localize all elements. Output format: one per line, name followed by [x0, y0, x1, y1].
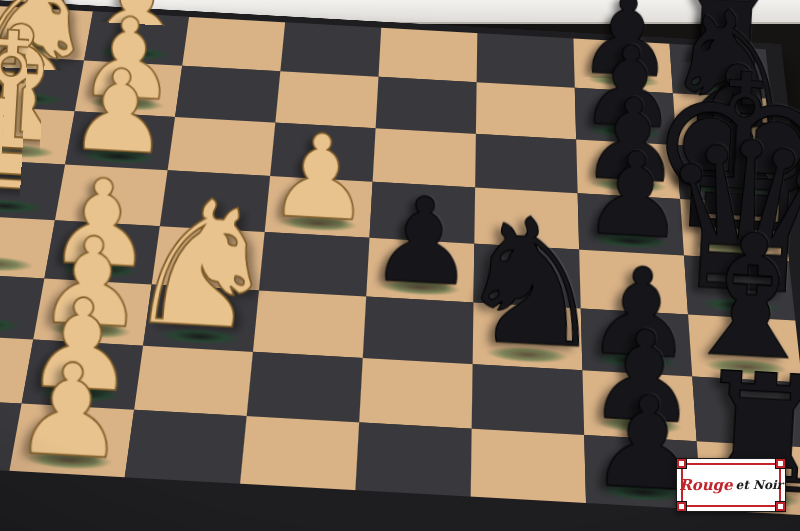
square-c2: ♟	[33, 279, 151, 346]
square-g1: ♞	[0, 55, 84, 111]
square-d2: ♟	[44, 220, 159, 284]
square-g6	[476, 82, 576, 139]
felt-base-c2	[48, 320, 132, 340]
felt-base-g8	[688, 129, 764, 146]
square-b6	[472, 364, 585, 435]
square-d4	[259, 232, 370, 297]
square-a6	[471, 429, 586, 503]
square-c5	[363, 297, 474, 365]
felt-base-b7	[598, 415, 683, 436]
square-e8: ♚	[680, 199, 789, 261]
square-a3	[125, 410, 247, 484]
square-g2: ♟	[75, 60, 182, 117]
square-f1: ♝	[0, 106, 75, 165]
square-h1: ♜	[0, 6, 93, 60]
square-f4	[270, 123, 376, 182]
felt-base-d1	[0, 254, 35, 273]
felt-base-d8	[700, 296, 781, 315]
square-h3	[182, 17, 285, 71]
square-f2: ♟	[65, 111, 175, 170]
square-d3	[152, 226, 265, 290]
square-f5	[373, 128, 476, 187]
felt-base-g2	[88, 95, 165, 112]
felt-base-c3	[157, 326, 241, 346]
square-g7: ♟	[575, 88, 677, 145]
square-e3	[160, 170, 270, 232]
square-d8: ♛	[684, 255, 795, 320]
square-d7	[579, 250, 688, 315]
square-h2: ♟	[84, 12, 189, 66]
square-e7: ♟	[578, 193, 684, 255]
rouge-et-noir-logo: Rouge et Noir	[676, 458, 786, 512]
felt-base-c6	[486, 345, 568, 365]
felt-base-f2	[79, 148, 158, 166]
square-h7: ♟	[573, 38, 672, 93]
square-g8: ♞	[673, 93, 777, 150]
felt-base-e4	[278, 214, 357, 233]
square-g5	[376, 77, 477, 134]
logo-word-rouge: Rouge	[679, 476, 732, 494]
felt-base-a7	[600, 482, 687, 504]
square-e4: ♟	[265, 176, 373, 238]
square-a5	[355, 422, 471, 496]
square-e1: ♚	[0, 159, 65, 220]
square-e5	[369, 182, 475, 244]
square-b3	[134, 346, 253, 416]
felt-base-e7	[592, 232, 671, 251]
square-e2	[55, 165, 168, 227]
square-f8: ♝	[676, 145, 782, 205]
felt-base-g1	[0, 90, 65, 107]
square-b2: ♟	[22, 340, 143, 410]
felt-base-c7	[595, 351, 678, 371]
felt-base-e8	[696, 238, 776, 257]
felt-base-g7	[588, 123, 664, 140]
square-d6	[473, 244, 580, 309]
logo-word-noir: et Noir	[736, 478, 783, 492]
square-h8: ♜	[670, 44, 772, 99]
felt-base-h7	[587, 72, 661, 89]
felt-base-f7	[590, 176, 667, 194]
square-c4	[253, 291, 366, 358]
square-c6: ♞	[473, 303, 583, 371]
felt-base-a2	[25, 450, 114, 472]
felt-base-e1	[0, 197, 45, 215]
square-g3	[175, 66, 280, 123]
white-pawn-h2: ♟	[85, 0, 188, 65]
chess-board-frame: ♜♟♟♜♞♟♟♞♝♟♟♝♚♟♟♚♛♟♟♛♝♟♞♞♟♝♟♟♜♟♟♜	[0, 0, 800, 531]
square-c8: ♝	[688, 315, 800, 383]
felt-base-f1	[0, 142, 56, 160]
square-a4	[240, 416, 359, 490]
square-h4	[280, 22, 381, 77]
chess-board-grid: ♜♟♟♜♞♟♟♞♝♟♟♝♚♟♟♚♛♟♟♛♝♟♞♞♟♝♟♟♜♟♟♜	[0, 6, 800, 516]
chessboard-photo-scene: ♜♟♟♜♞♟♟♞♝♟♟♝♚♟♟♚♛♟♟♛♝♟♞♞♟♝♟♟♜♟♟♜ Rouge e…	[0, 0, 800, 531]
felt-base-d2	[59, 260, 141, 279]
board-tilt-wrapper: ♜♟♟♜♞♟♟♞♝♟♟♝♚♟♟♚♛♟♟♛♝♟♞♞♟♝♟♟♜♟♟♜	[0, 0, 781, 531]
logo-text: Rouge et Noir	[677, 459, 785, 511]
square-f6	[475, 134, 578, 193]
felt-base-f8	[692, 182, 770, 200]
square-d5: ♟	[366, 238, 474, 303]
square-b4	[247, 352, 363, 423]
felt-base-h1	[0, 40, 75, 56]
square-g4	[275, 71, 378, 128]
felt-base-c8	[704, 357, 787, 377]
square-b5	[359, 358, 472, 429]
square-f7: ♟	[576, 139, 680, 199]
square-e6	[474, 188, 579, 250]
square-b7: ♟	[582, 370, 696, 441]
felt-base-d5	[380, 278, 461, 297]
square-f3	[168, 117, 276, 176]
square-b8	[692, 376, 800, 447]
felt-base-b2	[37, 383, 124, 404]
felt-base-h8	[684, 78, 758, 95]
felt-base-h2	[97, 45, 172, 61]
felt-base-c1	[0, 314, 23, 334]
square-h6	[477, 33, 575, 88]
square-h5	[378, 28, 477, 83]
square-a2: ♟	[9, 404, 134, 478]
square-c3: ♞	[143, 285, 259, 352]
square-c7: ♟	[581, 309, 693, 377]
